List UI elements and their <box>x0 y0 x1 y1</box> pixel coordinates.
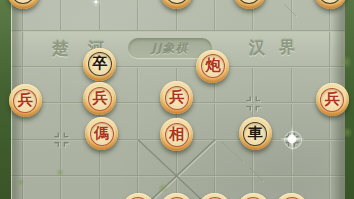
piece-face: 車 <box>243 122 267 146</box>
piece-glyph: 兵 <box>18 93 33 108</box>
piece-unknown-red-piece[interactable] <box>122 193 155 199</box>
piece-face <box>241 197 265 199</box>
piece-glyph: 卒 <box>92 56 107 71</box>
grid-seam-vertical <box>137 0 139 30</box>
piece-face <box>126 197 150 199</box>
piece-face: 兵 <box>165 86 189 110</box>
piece-face: 卒 <box>165 0 189 4</box>
piece-glyph: 車 <box>248 126 263 141</box>
piece-face: 卒 <box>318 0 342 4</box>
grid-seam-vertical <box>99 0 101 30</box>
piece-face: 炮 <box>201 54 225 78</box>
grid-seam-horizontal <box>11 30 345 32</box>
piece-glyph: 炮 <box>205 58 220 73</box>
piece-face: 兵 <box>88 87 112 111</box>
grid-seam-vertical <box>60 66 62 199</box>
piece-face: 卒 <box>88 52 112 76</box>
piece-red-soldier[interactable]: 兵 <box>160 81 193 114</box>
piece-red-horse[interactable]: 傌 <box>85 117 118 150</box>
piece-red-elephant[interactable]: 相 <box>160 118 193 151</box>
piece-unknown-red-piece[interactable] <box>275 193 308 199</box>
piece-face: 兵 <box>13 89 37 113</box>
piece-glyph: 相 <box>169 127 184 142</box>
piece-black-soldier[interactable]: 卒 <box>160 0 193 9</box>
piece-black-soldier[interactable]: 卒 <box>83 48 116 81</box>
sparkle-ray <box>96 0 97 7</box>
piece-glyph: 兵 <box>169 90 184 105</box>
grid-seam-vertical <box>291 0 293 30</box>
piece-glyph: 兵 <box>92 91 107 106</box>
grid-seam-vertical <box>137 66 139 199</box>
piece-glyph: 兵 <box>325 92 340 107</box>
piece-glyph: 傌 <box>94 126 109 141</box>
grid-seam-vertical <box>214 66 216 199</box>
piece-unknown-red-piece[interactable] <box>160 193 193 199</box>
grid-seam-horizontal <box>11 66 345 68</box>
piece-black-soldier[interactable]: 卒 <box>7 0 40 9</box>
grid-seam-vertical <box>214 0 216 30</box>
xiangqi-game-screen: 楚河 JJ象棋 汉界 卒卒卒卒卒炮兵兵兵兵傌相車 <box>0 0 354 199</box>
grid-seam-vertical <box>291 66 293 199</box>
piece-red-soldier[interactable]: 兵 <box>83 82 116 115</box>
piece-unknown-red-piece[interactable] <box>237 193 270 199</box>
river-text-han-jie: 汉界 <box>249 38 309 57</box>
grid-seam-horizontal <box>11 175 345 177</box>
piece-face: 兵 <box>320 88 344 112</box>
piece-face: 傌 <box>90 122 114 146</box>
piece-face <box>280 197 304 199</box>
piece-black-chariot[interactable]: 車 <box>239 117 272 150</box>
piece-red-soldier[interactable]: 兵 <box>316 83 349 116</box>
piece-face: 相 <box>165 123 189 147</box>
piece-black-soldier[interactable]: 卒 <box>314 0 347 9</box>
moss-decor <box>157 184 169 192</box>
badge-label: JJ象棋 <box>152 40 189 57</box>
piece-red-soldier[interactable]: 兵 <box>9 84 42 117</box>
piece-face <box>165 197 189 199</box>
piece-face: 卒 <box>237 0 261 4</box>
piece-face <box>203 197 227 199</box>
piece-face: 卒 <box>11 0 35 4</box>
sparkle-core <box>94 0 98 4</box>
piece-red-cannon[interactable]: 炮 <box>196 50 229 83</box>
grid-seam-vertical <box>60 0 62 30</box>
piece-black-soldier[interactable]: 卒 <box>233 0 266 9</box>
piece-unknown-red-piece[interactable] <box>198 193 231 199</box>
